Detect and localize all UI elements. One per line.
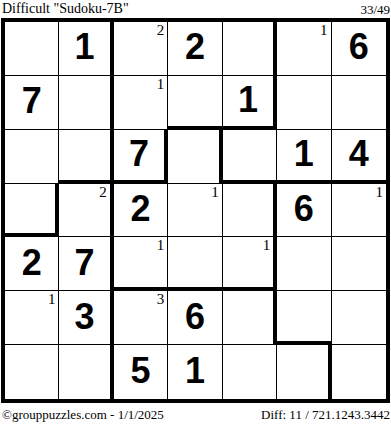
cell-r2c1[interactable]: 7 — [5, 76, 59, 130]
cell-r2c5[interactable]: 1 — [223, 76, 277, 130]
cell-value: 7 — [129, 136, 149, 174]
difficulty-text: Diff: 11 / 721.1243.3442 — [261, 407, 390, 423]
cell-r4c5[interactable] — [223, 184, 277, 238]
cell-r5c7[interactable] — [332, 237, 386, 291]
cell-r5c6[interactable] — [277, 237, 331, 291]
cell-r7c3[interactable]: 5 — [114, 345, 168, 399]
cell-r5c5[interactable]: 1 — [223, 237, 277, 291]
puzzle-page: Difficult "Sudoku-7B" 33/49 122167117142… — [0, 0, 391, 426]
cell-r5c2[interactable]: 7 — [59, 237, 113, 291]
puzzle-counter: 33/49 — [360, 2, 390, 18]
cell-r7c5[interactable] — [223, 345, 277, 399]
pencil-mark: 1 — [157, 237, 165, 254]
cell-r2c2[interactable] — [59, 76, 113, 130]
cell-value: 6 — [349, 29, 369, 67]
cell-r4c3[interactable]: 2 — [114, 184, 168, 238]
cell-value: 2 — [22, 245, 42, 283]
cell-value: 6 — [185, 299, 205, 337]
cell-r2c3[interactable]: 1 — [114, 76, 168, 130]
pencil-mark: 1 — [263, 237, 271, 254]
cell-value: 1 — [238, 82, 258, 120]
cell-r7c6[interactable] — [277, 345, 331, 399]
cell-r7c1[interactable] — [5, 345, 59, 399]
cell-r5c1[interactable]: 2 — [5, 237, 59, 291]
cell-value: 6 — [294, 191, 314, 229]
cell-r1c6[interactable]: 1 — [277, 22, 331, 76]
pencil-mark: 3 — [157, 291, 165, 308]
pencil-mark: 2 — [99, 184, 107, 201]
cell-r1c2[interactable]: 1 — [59, 22, 113, 76]
cell-value: 2 — [185, 29, 205, 67]
cell-r4c2[interactable]: 2 — [59, 184, 113, 238]
cell-r3c1[interactable] — [5, 130, 59, 184]
cell-r7c2[interactable] — [59, 345, 113, 399]
pencil-mark: 1 — [157, 76, 165, 93]
cell-value: 1 — [294, 136, 314, 174]
sudoku-grid: 12216711714221612711133651 — [1, 18, 390, 403]
pencil-mark: 1 — [320, 22, 328, 39]
cell-r2c6[interactable] — [277, 76, 331, 130]
cell-value: 1 — [185, 353, 205, 391]
cell-r3c3[interactable]: 7 — [114, 130, 168, 184]
cell-value: 5 — [131, 353, 151, 391]
cell-value: 1 — [75, 29, 95, 67]
pencil-mark: 2 — [157, 22, 165, 39]
cell-r6c6[interactable] — [277, 291, 331, 345]
cell-r4c7[interactable]: 1 — [332, 184, 386, 238]
cell-r6c5[interactable] — [223, 291, 277, 345]
cell-r4c4[interactable]: 1 — [168, 184, 222, 238]
cell-r1c4[interactable]: 2 — [168, 22, 222, 76]
copyright-text: ©grouppuzzles.com - 1/1/2025 — [2, 407, 164, 423]
cell-r6c2[interactable]: 3 — [59, 291, 113, 345]
cell-r3c2[interactable] — [59, 130, 113, 184]
pencil-mark: 1 — [211, 184, 219, 201]
cell-r3c4[interactable] — [168, 130, 222, 184]
cell-r6c3[interactable]: 3 — [114, 291, 168, 345]
cell-value: 4 — [349, 136, 369, 174]
page-title: Difficult "Sudoku-7B" — [2, 1, 129, 17]
pencil-mark: 1 — [48, 291, 56, 308]
cell-r1c1[interactable] — [5, 22, 59, 76]
cell-r2c4[interactable] — [168, 76, 222, 130]
cell-r1c5[interactable] — [223, 22, 277, 76]
cell-r5c3[interactable]: 1 — [114, 237, 168, 291]
cell-r7c7[interactable] — [332, 345, 386, 399]
cell-r1c7[interactable]: 6 — [332, 22, 386, 76]
cell-r5c4[interactable] — [168, 237, 222, 291]
pencil-mark: 1 — [375, 184, 383, 201]
cell-r3c7[interactable]: 4 — [332, 130, 386, 184]
cell-value: 2 — [131, 191, 151, 229]
cell-value: 3 — [75, 299, 95, 337]
cell-r3c5[interactable] — [223, 130, 277, 184]
cell-value: 7 — [75, 245, 95, 283]
cell-r2c7[interactable] — [332, 76, 386, 130]
cell-r7c4[interactable]: 1 — [168, 345, 222, 399]
cell-r6c7[interactable] — [332, 291, 386, 345]
cell-value: 7 — [22, 83, 42, 121]
cell-r6c4[interactable]: 6 — [168, 291, 222, 345]
cell-r4c6[interactable]: 6 — [277, 184, 331, 238]
cell-r4c1[interactable] — [5, 184, 59, 238]
cell-r1c3[interactable]: 2 — [114, 22, 168, 76]
cell-r3c6[interactable]: 1 — [277, 130, 331, 184]
cell-r6c1[interactable]: 1 — [5, 291, 59, 345]
